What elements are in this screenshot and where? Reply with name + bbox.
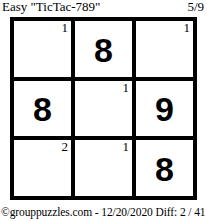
cell-r1c1[interactable]: 1	[75, 81, 132, 137]
cell-clue: 1	[123, 81, 130, 95]
cell-r2c1[interactable]: 1	[75, 140, 132, 196]
puzzle-title: Easy "TicTac-789"	[2, 0, 100, 15]
cell-value: 8	[33, 90, 52, 126]
tictac-board: 1 8 1 8 1 9 2 1	[10, 17, 197, 200]
cell-r0c1[interactable]: 8	[75, 21, 132, 77]
page-indicator: 5/9	[187, 0, 204, 15]
cell-r2c0[interactable]: 2	[14, 140, 71, 196]
copyright-line: ©grouppuzzles.com - 12/20/2020 Diff: 2 /…	[1, 206, 207, 218]
cell-r1c0[interactable]: 8	[14, 81, 71, 137]
cell-clue: 1	[184, 21, 191, 35]
cell-r0c0[interactable]: 1	[14, 21, 71, 77]
cell-r0c2[interactable]: 1	[136, 21, 193, 77]
cell-value: 8	[94, 31, 113, 67]
cell-r1c2[interactable]: 9	[136, 81, 193, 137]
cell-clue: 2	[62, 140, 69, 154]
cell-clue: 1	[62, 21, 69, 35]
cell-value: 8	[155, 150, 174, 186]
cell-value: 9	[155, 90, 174, 126]
cell-r2c2[interactable]: 8	[136, 140, 193, 196]
cell-clue: 1	[123, 140, 130, 154]
puzzle-page: Easy "TicTac-789" 5/9 1 8 1 8 1 9 2	[0, 0, 207, 221]
